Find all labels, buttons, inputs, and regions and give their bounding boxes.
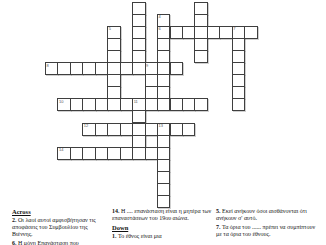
grid-cell[interactable] xyxy=(107,123,120,136)
grid-cell[interactable] xyxy=(182,26,195,39)
grid-cell[interactable] xyxy=(170,62,183,75)
clue-number: 2. xyxy=(12,217,17,223)
grid-cell[interactable]: 12 xyxy=(82,123,95,136)
cell-clue-number: 5 xyxy=(109,26,111,31)
grid-cell[interactable] xyxy=(82,147,95,160)
clue-number: 14. xyxy=(112,208,120,214)
down-header: Down xyxy=(112,224,212,231)
clue-number: 5. xyxy=(216,208,221,214)
clue-down-1: 1. Το έθνος είναι μια xyxy=(112,233,212,240)
grid-cell[interactable] xyxy=(244,26,257,39)
grid-cell[interactable] xyxy=(70,98,83,111)
grid-cell[interactable] xyxy=(157,195,170,208)
grid-cell[interactable] xyxy=(170,26,183,39)
clue-text: Η μόνη Επανάσταση που xyxy=(18,240,79,245)
cell-clue-number: 12 xyxy=(84,123,88,128)
clue-column-right: 5. Εκεί ανήκουν όσοι αισθάνονται ότι ανή… xyxy=(216,208,320,240)
clue-across-2: 2. Οι λαοί αυτοί αμφισβήτησαν τις αποφάσ… xyxy=(12,217,109,238)
grid-cell[interactable] xyxy=(145,98,158,111)
clue-down-7: 7. Τα όρια του ...... πρέπει να συμπίπτο… xyxy=(216,224,320,238)
crossword-grid: 4567891011121314 xyxy=(0,0,326,212)
grid-cell[interactable] xyxy=(95,147,108,160)
grid-cell[interactable] xyxy=(182,98,195,111)
clue-number: 1. xyxy=(112,233,117,239)
clue-text: Τα όρια του ...... πρέπει να συμπίπτουν … xyxy=(216,224,315,237)
grid-cell[interactable] xyxy=(70,147,83,160)
clue-text: Η .... επανάσταση είναι η μητέρα των επα… xyxy=(112,208,211,221)
grid-cell[interactable] xyxy=(95,62,108,75)
cell-clue-number: 14 xyxy=(59,147,63,152)
grid-cell[interactable] xyxy=(82,98,95,111)
grid-cell[interactable] xyxy=(170,123,183,136)
clue-text: Εκεί ανήκουν όσοι αισθάνονται ότι ανήκου… xyxy=(216,208,307,221)
crossword-worksheet: { "game": "crossword", "colors": { "back… xyxy=(0,0,326,245)
grid-cell[interactable] xyxy=(95,98,108,111)
cell-clue-number: 6 xyxy=(159,26,161,31)
grid-cell[interactable] xyxy=(145,147,158,160)
grid-cell[interactable] xyxy=(132,147,145,160)
grid-cell[interactable] xyxy=(170,98,183,111)
clue-text: Το έθνος είναι μια xyxy=(118,233,162,239)
grid-cell[interactable] xyxy=(219,26,232,39)
grid-cell[interactable] xyxy=(120,123,133,136)
cell-clue-number: 4 xyxy=(159,14,161,19)
clue-number: 7. xyxy=(216,224,221,230)
grid-cell[interactable] xyxy=(120,147,133,160)
cell-clue-number: 10 xyxy=(59,99,63,104)
grid-cell[interactable] xyxy=(157,98,170,111)
cell-clue-number: 11 xyxy=(134,99,138,104)
cell-clue-number: 8 xyxy=(47,63,49,68)
grid-cell[interactable]: 8 xyxy=(45,62,58,75)
cell-clue-number: 7 xyxy=(233,26,235,31)
grid-cell[interactable] xyxy=(70,62,83,75)
grid-cell[interactable] xyxy=(82,62,95,75)
grid-cell[interactable] xyxy=(207,26,220,39)
clue-down-5: 5. Εκεί ανήκουν όσοι αισθάνονται ότι ανή… xyxy=(216,208,320,222)
grid-cell[interactable]: 14 xyxy=(57,147,70,160)
clue-column-middle: 14. Η .... επανάσταση είναι η μητέρα των… xyxy=(112,208,212,242)
clue-across-14: 14. Η .... επανάσταση είναι η μητέρα των… xyxy=(112,208,212,222)
grid-cell[interactable] xyxy=(107,147,120,160)
cell-clue-number: 13 xyxy=(159,123,163,128)
grid-cell[interactable]: 10 xyxy=(57,98,70,111)
grid-cell[interactable] xyxy=(232,98,245,111)
cell-clue-number: 9 xyxy=(146,63,148,68)
grid-cell[interactable] xyxy=(120,62,133,75)
grid-cell[interactable] xyxy=(132,62,145,75)
grid-cell[interactable] xyxy=(95,123,108,136)
grid-cell[interactable] xyxy=(194,50,207,63)
grid-cell[interactable] xyxy=(57,62,70,75)
grid-cell[interactable] xyxy=(182,123,195,136)
grid-cell[interactable] xyxy=(194,98,207,111)
clue-number: 6. xyxy=(12,240,17,245)
grid-cell[interactable] xyxy=(107,98,120,111)
across-header: Across xyxy=(12,208,109,215)
clue-text: Οι λαοί αυτοί αμφισβήτησαν τις αποφάσεις… xyxy=(12,217,96,237)
grid-cell[interactable] xyxy=(145,123,158,136)
clue-across-6: 6. Η μόνη Επανάσταση που xyxy=(12,240,109,245)
grid-cell[interactable] xyxy=(120,98,133,111)
clue-column-left: Across 2. Οι λαοί αυτοί αμφισβήτησαν τις… xyxy=(12,208,109,245)
